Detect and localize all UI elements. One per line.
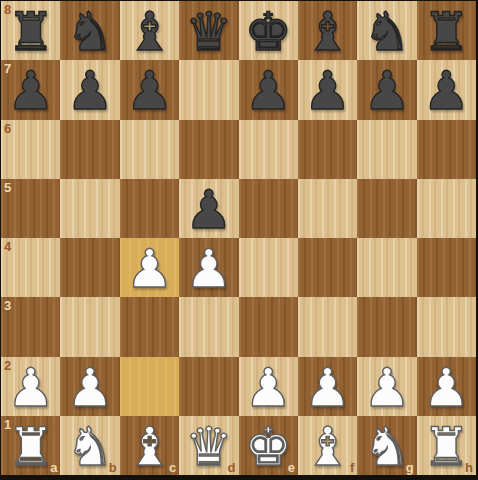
square-c6[interactable] (120, 120, 179, 179)
square-f8[interactable]: ♝ (298, 1, 357, 60)
square-h7[interactable]: ♟ (417, 60, 476, 119)
square-h6[interactable] (417, 120, 476, 179)
rank-label-3: 3 (4, 298, 11, 313)
piece-black-pawn[interactable]: ♟ (1, 60, 60, 119)
square-a1[interactable]: ♜1a (1, 416, 60, 475)
square-b5[interactable] (60, 179, 119, 238)
square-a7[interactable]: ♟7 (1, 60, 60, 119)
piece-white-pawn[interactable]: ♟ (120, 238, 179, 297)
square-f5[interactable] (298, 179, 357, 238)
square-a8[interactable]: ♜8 (1, 1, 60, 60)
piece-white-queen[interactable]: ♛ (179, 416, 238, 475)
piece-white-king[interactable]: ♚ (239, 416, 298, 475)
square-a6[interactable]: 6 (1, 120, 60, 179)
square-g7[interactable]: ♟ (357, 60, 416, 119)
piece-white-rook[interactable]: ♜ (417, 416, 476, 475)
piece-white-pawn[interactable]: ♟ (1, 357, 60, 416)
square-d5[interactable]: ♟ (179, 179, 238, 238)
piece-black-queen[interactable]: ♛ (179, 1, 238, 60)
square-e5[interactable] (239, 179, 298, 238)
square-c1[interactable]: ♝c (120, 416, 179, 475)
square-g1[interactable]: ♞g (357, 416, 416, 475)
piece-white-pawn[interactable]: ♟ (298, 357, 357, 416)
piece-black-knight[interactable]: ♞ (357, 1, 416, 60)
rank-label-4: 4 (4, 239, 11, 254)
square-f4[interactable] (298, 238, 357, 297)
square-a5[interactable]: 5 (1, 179, 60, 238)
piece-black-pawn[interactable]: ♟ (357, 60, 416, 119)
piece-black-pawn[interactable]: ♟ (179, 179, 238, 238)
piece-white-pawn[interactable]: ♟ (417, 357, 476, 416)
piece-black-bishop[interactable]: ♝ (120, 1, 179, 60)
square-h2[interactable]: ♟ (417, 357, 476, 416)
rank-label-5: 5 (4, 180, 11, 195)
piece-black-pawn[interactable]: ♟ (417, 60, 476, 119)
piece-black-rook[interactable]: ♜ (1, 1, 60, 60)
square-b2[interactable]: ♟ (60, 357, 119, 416)
piece-black-knight[interactable]: ♞ (60, 1, 119, 60)
square-d3[interactable] (179, 297, 238, 356)
square-f3[interactable] (298, 297, 357, 356)
piece-white-pawn[interactable]: ♟ (179, 238, 238, 297)
square-g5[interactable] (357, 179, 416, 238)
square-c7[interactable]: ♟ (120, 60, 179, 119)
square-a2[interactable]: ♟2 (1, 357, 60, 416)
square-b4[interactable] (60, 238, 119, 297)
chess-board: ♜8♞♝♛♚♝♞♜♟7♟♟♟♟♟♟65♟4♟♟3♟2♟♟♟♟♟♜1a♞b♝c♛d… (1, 1, 476, 475)
piece-black-pawn[interactable]: ♟ (298, 60, 357, 119)
piece-black-pawn[interactable]: ♟ (239, 60, 298, 119)
square-a4[interactable]: 4 (1, 238, 60, 297)
square-c8[interactable]: ♝ (120, 1, 179, 60)
square-f7[interactable]: ♟ (298, 60, 357, 119)
square-g8[interactable]: ♞ (357, 1, 416, 60)
square-d6[interactable] (179, 120, 238, 179)
square-d4[interactable]: ♟ (179, 238, 238, 297)
square-c3[interactable] (120, 297, 179, 356)
piece-white-bishop[interactable]: ♝ (298, 416, 357, 475)
square-g3[interactable] (357, 297, 416, 356)
square-h1[interactable]: ♜h (417, 416, 476, 475)
square-f1[interactable]: ♝f (298, 416, 357, 475)
piece-white-bishop[interactable]: ♝ (120, 416, 179, 475)
square-g2[interactable]: ♟ (357, 357, 416, 416)
chess-app-window: ♜8♞♝♛♚♝♞♜♟7♟♟♟♟♟♟65♟4♟♟3♟2♟♟♟♟♟♜1a♞b♝c♛d… (0, 0, 478, 480)
square-e7[interactable]: ♟ (239, 60, 298, 119)
square-e1[interactable]: ♚e (239, 416, 298, 475)
square-g6[interactable] (357, 120, 416, 179)
square-e6[interactable] (239, 120, 298, 179)
square-b6[interactable] (60, 120, 119, 179)
square-b3[interactable] (60, 297, 119, 356)
square-e2[interactable]: ♟ (239, 357, 298, 416)
square-e4[interactable] (239, 238, 298, 297)
square-h4[interactable] (417, 238, 476, 297)
piece-black-pawn[interactable]: ♟ (120, 60, 179, 119)
piece-black-rook[interactable]: ♜ (417, 1, 476, 60)
square-f6[interactable] (298, 120, 357, 179)
piece-black-king[interactable]: ♚ (239, 1, 298, 60)
square-d2[interactable] (179, 357, 238, 416)
square-f2[interactable]: ♟ (298, 357, 357, 416)
square-h5[interactable] (417, 179, 476, 238)
piece-white-pawn[interactable]: ♟ (60, 357, 119, 416)
piece-black-bishop[interactable]: ♝ (298, 1, 357, 60)
square-g4[interactable] (357, 238, 416, 297)
square-c2[interactable] (120, 357, 179, 416)
square-a3[interactable]: 3 (1, 297, 60, 356)
square-e3[interactable] (239, 297, 298, 356)
piece-white-knight[interactable]: ♞ (357, 416, 416, 475)
rank-label-6: 6 (4, 121, 11, 136)
piece-white-pawn[interactable]: ♟ (357, 357, 416, 416)
square-d8[interactable]: ♛ (179, 1, 238, 60)
piece-white-knight[interactable]: ♞ (60, 416, 119, 475)
piece-white-pawn[interactable]: ♟ (239, 357, 298, 416)
square-e8[interactable]: ♚ (239, 1, 298, 60)
square-c4[interactable]: ♟ (120, 238, 179, 297)
square-d1[interactable]: ♛d (179, 416, 238, 475)
square-h3[interactable] (417, 297, 476, 356)
piece-black-pawn[interactable]: ♟ (60, 60, 119, 119)
square-b8[interactable]: ♞ (60, 1, 119, 60)
square-h8[interactable]: ♜ (417, 1, 476, 60)
square-b1[interactable]: ♞b (60, 416, 119, 475)
square-b7[interactable]: ♟ (60, 60, 119, 119)
square-c5[interactable] (120, 179, 179, 238)
piece-white-rook[interactable]: ♜ (1, 416, 60, 475)
square-d7[interactable] (179, 60, 238, 119)
